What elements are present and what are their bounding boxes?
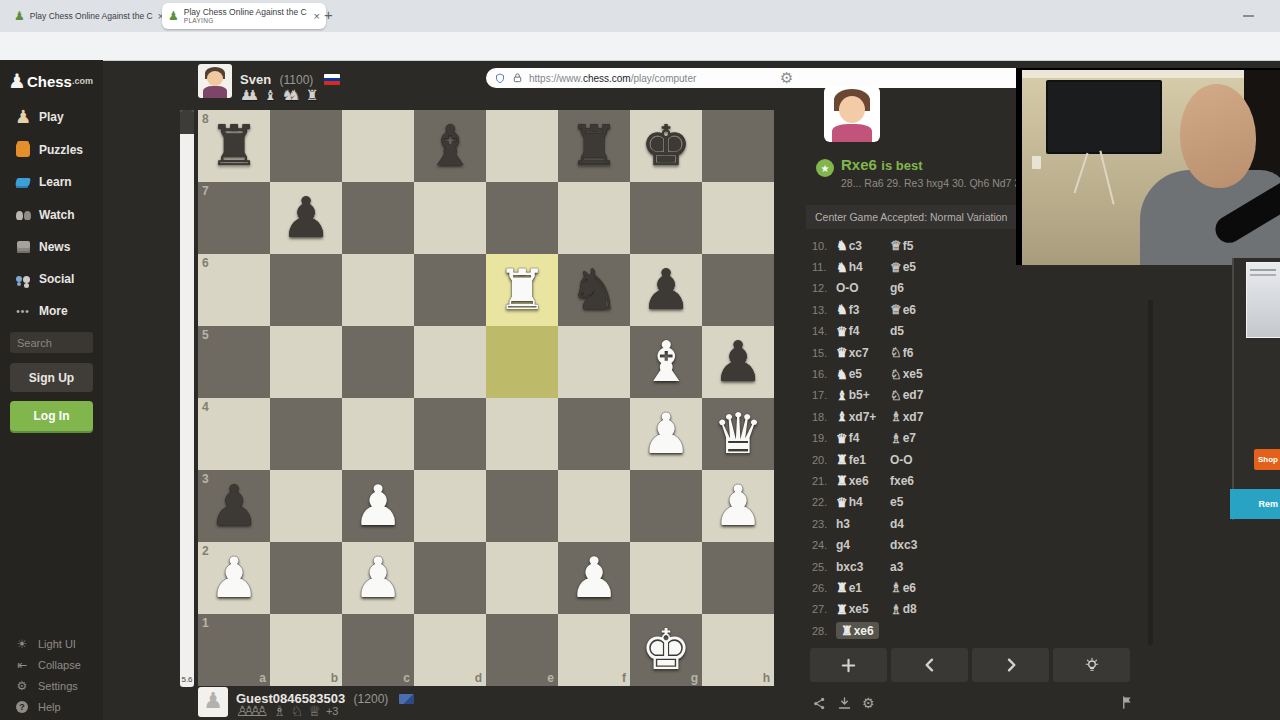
move-number: 18. <box>812 411 836 423</box>
move-12-white[interactable]: O-O <box>836 281 888 295</box>
piece-icon: ♕ <box>890 302 902 317</box>
move-19-black[interactable]: ♗e7 <box>890 431 942 446</box>
logo-pawn-icon: ♟ <box>8 69 26 93</box>
square-g7[interactable] <box>630 182 702 254</box>
piece-bK-g8[interactable]: ♚ <box>630 110 702 182</box>
share-icon[interactable] <box>812 696 827 711</box>
square-a6[interactable]: 6 <box>198 254 270 326</box>
chevron-right-icon <box>1003 657 1019 673</box>
move-13-black[interactable]: ♕e6 <box>890 302 942 317</box>
coach-avatar <box>824 86 880 142</box>
piece-wQ-h4[interactable]: ♛ <box>702 398 774 470</box>
ad-cta-button[interactable]: Rem <box>1230 489 1280 519</box>
move-13-white[interactable]: ♞f3 <box>836 302 888 317</box>
piece-bR-a8[interactable]: ♜ <box>198 110 270 182</box>
people-icon <box>12 276 34 283</box>
move-number: 20. <box>812 454 836 466</box>
ad-product-image <box>1246 262 1280 338</box>
square-c8[interactable] <box>342 110 414 182</box>
newspaper-icon <box>12 241 34 253</box>
file-label-a: a <box>259 671 266 685</box>
wall-tv <box>1046 80 1162 154</box>
piece-icon: ♛ <box>836 345 848 360</box>
piece-icon: ♞ <box>836 238 848 253</box>
browser-tab-bar: ♟ Play Chess Online Against the C × ♟ Pl… <box>0 0 1280 32</box>
piece-bP-g6[interactable]: ♟ <box>630 254 702 326</box>
file-label-e: e <box>547 671 554 685</box>
screen: ♟ Play Chess Online Against the C × ♟ Pl… <box>0 0 1280 720</box>
move-row-12: 12.O-Og6 <box>806 278 1152 299</box>
move-number: 14. <box>812 325 836 337</box>
square-g2[interactable] <box>630 542 702 614</box>
sidebar-item-more[interactable]: ••• More <box>0 296 103 326</box>
piece-bN-f6[interactable]: ♞ <box>558 254 630 326</box>
move-row-15: 15.♛xc7♘f6 <box>806 342 1152 363</box>
tab-title: Play Chess Online Against the C <box>184 7 307 17</box>
webcam-video <box>1022 70 1280 265</box>
next-move-button[interactable] <box>972 648 1049 682</box>
window-minimize-icon[interactable] <box>1243 15 1254 17</box>
collapse-button[interactable]: ⇤ Collapse <box>0 656 103 673</box>
ad-shop-button[interactable]: Shop <box>1254 449 1280 470</box>
square-b5[interactable] <box>270 326 342 398</box>
piece-icon: ♜ <box>836 602 848 617</box>
square-a4[interactable]: 4 <box>198 398 270 470</box>
piece-icon: ♘ <box>890 367 902 382</box>
move-list: 10.♞c3♕f511.♞h4♕e512.O-Og613.♞f3♕e614.♛f… <box>806 235 1152 641</box>
webcam-overlay <box>1016 68 1280 265</box>
move-15-black[interactable]: ♘f6 <box>890 345 942 360</box>
browser-tab-active[interactable]: ♟ Play Chess Online Against the C PLAYIN… <box>162 3 326 29</box>
move-number: 28. <box>812 625 836 637</box>
binoculars-icon <box>12 211 34 220</box>
square-f6[interactable]: ♞ <box>558 254 630 326</box>
move-number: 12. <box>812 282 836 294</box>
move-20-black[interactable]: O-O <box>890 453 942 467</box>
move-number: 19. <box>812 432 836 444</box>
evaluation-score: 5.6 <box>180 675 194 684</box>
move-26-white[interactable]: ♜e1 <box>836 580 888 595</box>
piece-bR-f8[interactable]: ♜ <box>558 110 630 182</box>
piece-bB-d8[interactable]: ♝ <box>414 110 486 182</box>
piece-icon: ♗ <box>890 409 902 424</box>
file-label-d: d <box>475 671 482 685</box>
download-icon[interactable] <box>837 696 852 711</box>
move-26-black[interactable]: ♗e6 <box>890 580 942 595</box>
square-h8[interactable] <box>702 110 774 182</box>
move-19-white[interactable]: ♛f4 <box>836 431 888 446</box>
move-row-17: 17.♝b5+♘ed7 <box>806 385 1152 406</box>
move-number: 27. <box>812 603 836 615</box>
gear-icon: ⚙ <box>12 679 32 693</box>
move-11-white[interactable]: ♞h4 <box>836 260 888 275</box>
square-b2[interactable] <box>270 542 342 614</box>
square-b3[interactable] <box>270 470 342 542</box>
move-24-black[interactable]: dxc3 <box>890 538 942 552</box>
move-row-21: 21.♜xe6fxe6 <box>806 470 1152 491</box>
square-c4[interactable] <box>342 398 414 470</box>
evaluation-black-portion <box>180 110 194 134</box>
player-avatar[interactable]: ♟ <box>198 687 228 717</box>
shield-icon[interactable] <box>494 72 506 85</box>
move-12-black[interactable]: g6 <box>890 281 942 295</box>
move-16-black[interactable]: ♘xe5 <box>890 367 942 382</box>
square-h5[interactable]: ♟ <box>702 326 774 398</box>
piece-bP-a3[interactable]: ♟ <box>198 470 270 542</box>
square-a5[interactable]: 5 <box>198 326 270 398</box>
chess-board[interactable]: 8♜♝♜♚7♟6♜♞♟5♝♟4♟♛3♟♟♟2♟♟♟1abcdefg♚h <box>198 110 774 686</box>
move-27-black[interactable]: ♗d8 <box>890 602 942 617</box>
piece-icon: ♞ <box>836 302 848 317</box>
square-d8[interactable]: ♝ <box>414 110 486 182</box>
file-label-c: c <box>403 671 410 685</box>
rank-label-1: 1 <box>202 616 209 630</box>
tab-status: PLAYING <box>184 17 307 25</box>
browser-address-bar: https://www.chess.com/play/computer <box>0 32 1280 61</box>
sidebar-item-news[interactable]: News <box>0 232 103 262</box>
square-b1[interactable]: b <box>270 614 342 686</box>
rank-label-4: 4 <box>202 400 209 414</box>
move-16-white[interactable]: ♞e5 <box>836 367 888 382</box>
move-number: 11. <box>812 261 836 273</box>
piece-icon: ♗ <box>890 431 902 446</box>
move-22-black[interactable]: e5 <box>890 495 942 509</box>
square-f1[interactable]: f <box>558 614 630 686</box>
tab-close-icon[interactable]: × <box>314 10 320 22</box>
file-label-b: b <box>331 671 338 685</box>
square-c2[interactable]: ♟ <box>342 542 414 614</box>
move-row-14: 14.♛f4d5 <box>806 321 1152 342</box>
move-11-black[interactable]: ♕e5 <box>890 260 942 275</box>
best-move-text: Rxe6 <box>841 156 877 173</box>
captured-piece-group: ♞♞ <box>282 87 301 103</box>
captured-piece-group: ♜ <box>306 87 319 103</box>
square-d2[interactable] <box>414 542 486 614</box>
square-f4[interactable] <box>558 398 630 470</box>
sidebar-item-watch[interactable]: Watch <box>0 200 103 230</box>
square-b7[interactable]: ♟ <box>270 182 342 254</box>
square-g8[interactable]: ♚ <box>630 110 702 182</box>
square-f2[interactable]: ♟ <box>558 542 630 614</box>
piece-wP-g4[interactable]: ♟ <box>630 398 702 470</box>
square-e2[interactable] <box>486 542 558 614</box>
opponent-name-row: Sven (1100) <box>240 70 340 88</box>
piece-icon: ♗ <box>890 602 902 617</box>
square-f3[interactable] <box>558 470 630 542</box>
square-g5[interactable]: ♝ <box>630 326 702 398</box>
move-row-26: 26.♜e1♗e6 <box>806 577 1152 598</box>
url-text: https://www.chess.com/play/computer <box>529 73 696 84</box>
game-actions-row: ⚙ <box>812 695 875 711</box>
move-nav-buttons <box>810 648 1130 682</box>
captured-piece-group: ♟♟ <box>240 87 259 103</box>
move-23-white[interactable]: h3 <box>836 517 888 531</box>
piece-wK-g1[interactable]: ♚ <box>630 614 702 686</box>
move-row-20: 20.♜fe1O-O <box>806 449 1152 470</box>
settings-button[interactable]: ⚙ Settings <box>0 677 103 694</box>
wall-outlet <box>1032 156 1041 169</box>
captured-piece-group: ♝ <box>264 87 277 103</box>
player-flag-icon <box>399 694 414 704</box>
move-23-black[interactable]: d4 <box>890 517 942 531</box>
square-d5[interactable] <box>414 326 486 398</box>
more-dots-icon: ••• <box>12 306 34 317</box>
captured-by-black: ♟♟♝♞♞♜ <box>240 87 318 103</box>
square-g3[interactable] <box>630 470 702 542</box>
sidebar: ♟ Chess.com ♟ Play Puzzles Learn Watch N… <box>0 60 103 720</box>
move-18-black[interactable]: ♗xd7 <box>890 409 942 424</box>
piece-icon: ♜ <box>836 580 848 595</box>
piece-icon: ♞ <box>836 260 848 275</box>
piece-icon: ♝ <box>836 388 848 403</box>
piece-wP-c2[interactable]: ♟ <box>342 542 414 614</box>
move-number: 25. <box>812 561 836 573</box>
sun-icon: ☀ <box>12 637 32 651</box>
move-number: 13. <box>812 304 836 316</box>
move-row-27: 27.♜xe5♗d8 <box>806 599 1152 620</box>
piece-icon: ♛ <box>836 324 848 339</box>
sidebar-item-play[interactable]: ♟ Play <box>0 102 103 132</box>
move-number: 15. <box>812 347 836 359</box>
square-d1[interactable]: d <box>414 614 486 686</box>
square-f5[interactable] <box>558 326 630 398</box>
square-c1[interactable]: c <box>342 614 414 686</box>
move-number: 23. <box>812 518 836 530</box>
square-d4[interactable] <box>414 398 486 470</box>
piece-icon: ♘ <box>890 345 902 360</box>
move-row-19: 19.♛f4♗e7 <box>806 428 1152 449</box>
evaluation-bar: 5.6 <box>180 110 194 687</box>
move-10-white[interactable]: ♞c3 <box>836 238 888 253</box>
piece-wP-f2[interactable]: ♟ <box>558 542 630 614</box>
captured-piece-group: ♗ <box>273 703 286 719</box>
square-d6[interactable] <box>414 254 486 326</box>
square-h1[interactable]: h <box>702 614 774 686</box>
square-b4[interactable] <box>270 398 342 470</box>
piece-icon: ♜ <box>836 473 848 488</box>
square-e3[interactable] <box>486 470 558 542</box>
board-settings-gear-icon[interactable]: ⚙ <box>780 69 793 87</box>
square-a1[interactable]: 1a <box>198 614 270 686</box>
square-d3[interactable] <box>414 470 486 542</box>
chesscom-logo[interactable]: ♟ Chess.com <box>8 69 93 93</box>
square-g6[interactable]: ♟ <box>630 254 702 326</box>
collapse-icon: ⇤ <box>12 658 32 672</box>
streamer-head <box>1180 84 1256 188</box>
piece-icon: ♝ <box>836 409 848 424</box>
piece-wP-h3[interactable]: ♟ <box>702 470 774 542</box>
move-number: 21. <box>812 475 836 487</box>
piece-icon: ♕ <box>890 238 902 253</box>
move-25-black[interactable]: a3 <box>890 560 942 574</box>
move-27-white[interactable]: ♜xe5 <box>836 602 888 617</box>
hint-button[interactable] <box>1053 648 1130 682</box>
move-17-white[interactable]: ♝b5+ <box>836 388 888 403</box>
analysis-settings-gear-icon[interactable]: ⚙ <box>862 695 875 711</box>
piece-icon: ♜ <box>841 623 853 638</box>
piece-wP-a2[interactable]: ♟ <box>198 542 270 614</box>
square-b6[interactable] <box>270 254 342 326</box>
move-number: 10. <box>812 240 836 252</box>
piece-icon: ♘ <box>890 388 902 403</box>
new-tab-button[interactable]: + <box>324 6 333 23</box>
move-row-25: 25.bxc3a3 <box>806 556 1152 577</box>
captured-piece-group: ♙♙♙♙ <box>236 703 268 719</box>
move-20-white[interactable]: ♜fe1 <box>836 452 888 467</box>
square-e5[interactable] <box>486 326 558 398</box>
move-22-white[interactable]: ♛h4 <box>836 495 888 510</box>
captured-by-white: ♙♙♙♙♗♘♕+3 <box>236 703 338 719</box>
square-c3[interactable]: ♟ <box>342 470 414 542</box>
move-number: 17. <box>812 389 836 401</box>
square-c6[interactable] <box>342 254 414 326</box>
move-row-23: 23.h3d4 <box>806 513 1152 534</box>
move-row-16: 16.♞e5♘xe5 <box>806 363 1152 384</box>
square-g1[interactable]: g♚ <box>630 614 702 686</box>
sidebar-item-social[interactable]: Social <box>0 264 103 294</box>
piece-wR-e6[interactable]: ♜ <box>486 254 558 326</box>
square-e8[interactable] <box>486 110 558 182</box>
help-button[interactable]: ? Help <box>0 698 103 715</box>
piece-wB-g5[interactable]: ♝ <box>630 326 702 398</box>
square-d7[interactable] <box>414 182 486 254</box>
square-g4[interactable]: ♟ <box>630 398 702 470</box>
square-a7[interactable]: 7 <box>198 182 270 254</box>
rank-label-5: 5 <box>202 328 209 342</box>
move-number: 22. <box>812 496 836 508</box>
chesscom-favicon: ♟ <box>168 9 179 23</box>
square-h7[interactable] <box>702 182 774 254</box>
guest-pawn-icon: ♟ <box>198 687 228 716</box>
opponent-avatar[interactable] <box>198 64 232 98</box>
piece-bP-h5[interactable]: ♟ <box>702 326 774 398</box>
square-h3[interactable]: ♟ <box>702 470 774 542</box>
chevron-left-icon <box>922 657 938 673</box>
resign-flag-icon[interactable] <box>1120 695 1135 710</box>
puzzle-icon <box>12 143 34 157</box>
help-icon: ? <box>16 701 28 713</box>
sidebar-item-learn[interactable]: Learn <box>0 167 103 197</box>
move-row-18: 18.♝xd7+♗xd7 <box>806 406 1152 427</box>
move-row-13: 13.♞f3♕e6 <box>806 299 1152 320</box>
rank-label-7: 7 <box>202 184 209 198</box>
piece-icon: ♕ <box>890 260 902 275</box>
square-a3[interactable]: 3♟ <box>198 470 270 542</box>
signup-button[interactable]: Sign Up <box>10 363 93 392</box>
move-17-black[interactable]: ♘ed7 <box>890 388 942 403</box>
move-21-black[interactable]: fxe6 <box>890 474 942 488</box>
move-10-black[interactable]: ♕f5 <box>890 238 942 253</box>
piece-icon: ♛ <box>836 495 848 510</box>
previous-move-button[interactable] <box>891 648 968 682</box>
material-score: +3 <box>326 705 339 717</box>
move-21-white[interactable]: ♜xe6 <box>836 473 888 488</box>
square-b8[interactable] <box>270 110 342 182</box>
lightbulb-icon <box>1083 656 1101 674</box>
move-number: 26. <box>812 582 836 594</box>
play-pawn-icon: ♟ <box>12 106 34 128</box>
sidebar-item-puzzles[interactable]: Puzzles <box>0 135 103 165</box>
piece-icon: ♛ <box>836 431 848 446</box>
rank-label-6: 6 <box>202 256 209 270</box>
move-row-22: 22.♛h4e5 <box>806 492 1152 513</box>
opponent-rating: (1100) <box>280 73 314 87</box>
square-f7[interactable] <box>558 182 630 254</box>
square-c5[interactable] <box>342 326 414 398</box>
piece-bP-b7[interactable]: ♟ <box>270 182 342 254</box>
player-rating: (1200) <box>354 692 389 706</box>
square-e6[interactable]: ♜ <box>486 254 558 326</box>
square-a8[interactable]: 8♜ <box>198 110 270 182</box>
piece-icon: ♞ <box>836 367 848 382</box>
move-24-white[interactable]: g4 <box>836 538 888 552</box>
chesscom-favicon: ♟ <box>14 9 25 23</box>
square-f8[interactable]: ♜ <box>558 110 630 182</box>
login-button[interactable]: Log In <box>10 401 93 431</box>
move-15-white[interactable]: ♛xc7 <box>836 345 888 360</box>
russia-flag-icon <box>324 74 340 85</box>
tab-title: Play Chess Online Against the C <box>30 11 153 21</box>
browser-tab-inactive[interactable]: ♟ Play Chess Online Against the C × <box>8 3 168 29</box>
square-a2[interactable]: 2♟ <box>198 542 270 614</box>
piece-icon: ♜ <box>836 452 848 467</box>
file-label-h: h <box>763 671 770 685</box>
move-25-white[interactable]: bxc3 <box>836 560 888 574</box>
square-e7[interactable] <box>486 182 558 254</box>
captured-piece-group: ♘ <box>291 703 304 719</box>
move-28-white[interactable]: ♜xe6 <box>836 622 879 639</box>
search-input[interactable] <box>10 332 93 353</box>
graduation-cap-icon <box>12 178 34 186</box>
square-e1[interactable]: e <box>486 614 558 686</box>
ad-panel: Shop Rem <box>1232 258 1280 520</box>
file-label-f: f <box>622 671 626 685</box>
square-h4[interactable]: ♛ <box>702 398 774 470</box>
move-row-24: 24.g4dxc3 <box>806 534 1152 555</box>
square-c7[interactable] <box>342 182 414 254</box>
captured-piece-group: ♕ <box>308 703 321 719</box>
add-move-button[interactable] <box>810 648 887 682</box>
move-list-scrollbar[interactable] <box>1148 300 1153 645</box>
piece-wP-c3[interactable]: ♟ <box>342 470 414 542</box>
square-e4[interactable] <box>486 398 558 470</box>
move-14-white[interactable]: ♛f4 <box>836 324 888 339</box>
move-number: 24. <box>812 539 836 551</box>
best-move-callout: Rxe6 is best <box>841 156 923 174</box>
best-move-star-icon: ★ <box>816 159 834 177</box>
opponent-name[interactable]: Sven <box>240 72 271 87</box>
light-ui-toggle[interactable]: ☀ Light UI <box>0 635 103 652</box>
square-h2[interactable] <box>702 542 774 614</box>
lock-icon[interactable] <box>512 72 523 84</box>
opening-name: Center Game Accepted: Normal Variation <box>815 211 1007 223</box>
square-h6[interactable] <box>702 254 774 326</box>
move-row-28: 28.♜xe6 <box>806 620 1152 641</box>
plus-icon <box>840 657 857 674</box>
move-number: 16. <box>812 368 836 380</box>
move-18-white[interactable]: ♝xd7+ <box>836 409 888 424</box>
piece-icon: ♗ <box>890 580 902 595</box>
move-14-black[interactable]: d5 <box>890 324 942 338</box>
